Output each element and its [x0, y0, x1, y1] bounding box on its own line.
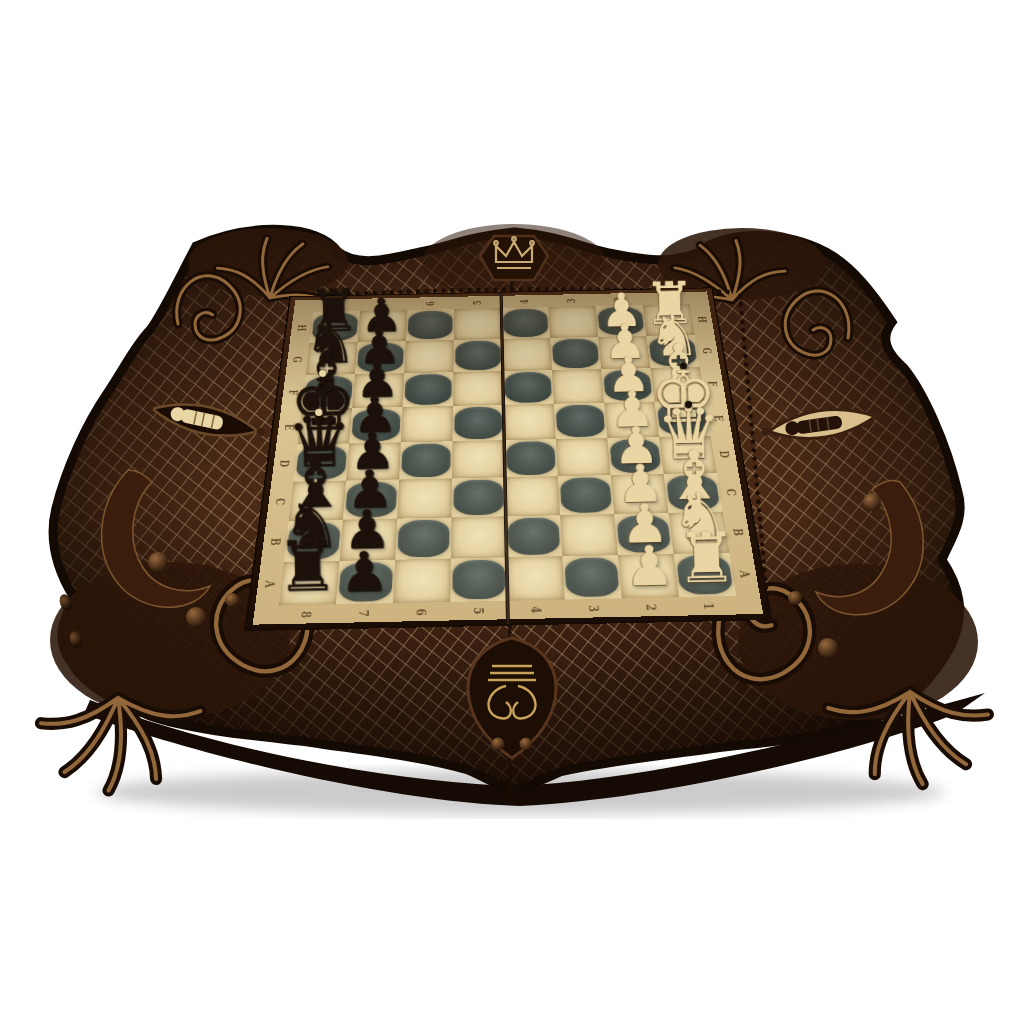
square-a5[interactable]	[450, 557, 507, 601]
rank-label: 6	[414, 608, 429, 615]
rank-label: 1	[701, 602, 717, 609]
board-grid: 87654321H♜♟♟♜HG♞♟♟♞GF♝♟♟♝FE♚♟♟♚ED♛♟♟♛DC♝…	[253, 291, 763, 624]
carved-dark-square	[508, 517, 560, 555]
carved-dark-square	[503, 309, 548, 338]
chess-set-photo: 87654321H♜♟♟♜HG♞♟♟♞GF♝♟♟♝FE♚♟♟♚ED♛♟♟♛DC♝…	[0, 0, 1024, 1024]
white-rook-a1[interactable]: ♜	[675, 523, 738, 593]
square-b3[interactable]	[560, 514, 618, 556]
carved-dark-square	[506, 441, 555, 475]
coordinate-label-cell: 3	[548, 294, 596, 307]
rank-label: 4	[519, 299, 531, 304]
square-h4[interactable]	[501, 307, 550, 339]
coordinate-label-cell: 4	[501, 295, 548, 308]
square-a7[interactable]: ♟	[336, 560, 395, 605]
chess-board: 87654321H♜♟♟♜HG♞♟♟♞GF♝♟♟♝FE♚♟♟♚ED♛♟♟♛DC♝…	[246, 288, 770, 629]
file-label: A	[737, 570, 753, 578]
square-a6[interactable]	[393, 559, 451, 603]
rank-label: 5	[472, 300, 484, 305]
square-f4[interactable]	[503, 370, 554, 405]
square-e6[interactable]	[401, 406, 453, 442]
rank-label: 2	[644, 603, 660, 610]
square-g6[interactable]	[404, 340, 454, 373]
square-b4[interactable]	[506, 515, 563, 557]
white-pawn-a2[interactable]: ♟	[624, 538, 675, 594]
square-e3[interactable]	[554, 403, 608, 439]
top-crown-medallion	[480, 236, 548, 280]
coordinate-label-cell: 5	[450, 601, 508, 621]
square-g4[interactable]	[502, 338, 552, 371]
coordinate-label-cell: 5	[454, 296, 501, 309]
coordinate-label-cell: 2	[622, 597, 682, 617]
coordinate-label-cell: 6	[407, 297, 454, 310]
square-c6[interactable]	[397, 478, 452, 518]
rank-label: 3	[586, 604, 601, 611]
rank-label: 3	[565, 298, 577, 303]
square-h6[interactable]	[406, 309, 455, 341]
coordinate-label-cell	[736, 595, 763, 614]
carved-dark-square	[453, 560, 506, 600]
square-a8[interactable]: ♜	[279, 561, 340, 606]
board-coordinate-border: 87654321H♜♟♟♜HG♞♟♟♞GF♝♟♟♝FE♚♟♟♚ED♛♟♟♛DC♝…	[253, 291, 763, 624]
carved-dark-square	[455, 341, 500, 371]
square-d3[interactable]	[556, 438, 611, 476]
square-d5[interactable]	[452, 440, 505, 478]
square-h5[interactable]	[454, 308, 502, 340]
rank-label: 7	[356, 609, 371, 616]
black-rook-a8[interactable]: ♜	[275, 532, 338, 602]
square-f5[interactable]	[453, 371, 503, 406]
square-c5[interactable]	[451, 477, 505, 517]
square-h3[interactable]	[548, 306, 598, 338]
coordinate-label-cell: 8	[277, 604, 336, 624]
square-b6[interactable]	[395, 517, 451, 559]
square-b5[interactable]	[451, 516, 507, 558]
square-a3[interactable]	[562, 555, 622, 599]
square-g3[interactable]	[550, 337, 601, 370]
carved-dark-square	[454, 479, 504, 515]
contrast-finial	[679, 362, 686, 369]
contrast-finial	[319, 370, 326, 377]
carved-dark-square	[398, 520, 450, 558]
carved-dark-square	[408, 311, 453, 340]
carved-dark-square	[505, 372, 552, 403]
square-d6[interactable]	[399, 441, 452, 479]
coordinate-label-cell: 1	[679, 596, 739, 616]
square-c3[interactable]	[558, 475, 614, 515]
square-g5[interactable]	[453, 339, 502, 372]
carved-dark-square	[405, 374, 452, 405]
square-c4[interactable]	[505, 476, 560, 516]
square-f3[interactable]	[552, 369, 604, 404]
rank-label: 5	[472, 607, 487, 614]
rank-label: 6	[425, 301, 437, 306]
coordinate-label-cell: 7	[334, 603, 393, 623]
coordinate-label-cell: 4	[508, 599, 566, 619]
square-e5[interactable]	[453, 405, 505, 441]
carved-dark-square	[560, 477, 612, 513]
contrast-finial	[315, 409, 322, 416]
black-pawn-a7[interactable]: ♟	[339, 544, 390, 600]
coordinate-label-cell: 6	[392, 602, 450, 622]
coordinate-label-cell	[253, 605, 279, 624]
file-label: A	[262, 580, 278, 588]
square-a4[interactable]	[507, 556, 565, 600]
square-e4[interactable]	[503, 404, 555, 440]
square-d4[interactable]	[504, 439, 558, 477]
carved-dark-square	[401, 443, 450, 477]
rank-label: 8	[299, 610, 315, 617]
carved-dark-square	[565, 557, 620, 597]
square-a2[interactable]: ♟	[618, 554, 679, 598]
square-a1[interactable]: ♜	[674, 553, 737, 597]
rank-label: 4	[529, 606, 544, 613]
square-f6[interactable]	[403, 372, 454, 407]
carved-dark-square	[455, 407, 502, 440]
coordinate-label-cell: 3	[565, 598, 624, 618]
carved-dark-square	[552, 339, 599, 369]
carved-dark-square	[556, 405, 605, 438]
contrast-finial	[685, 401, 692, 408]
